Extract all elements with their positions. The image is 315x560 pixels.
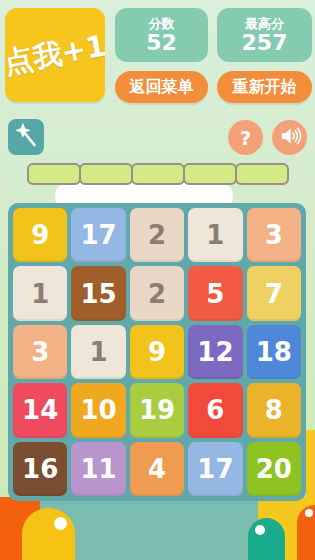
- tile-2[interactable]: 2: [130, 208, 184, 262]
- menu-button[interactable]: 返回菜单: [115, 71, 208, 103]
- tile-16[interactable]: 16: [13, 442, 67, 496]
- tile-2[interactable]: 2: [130, 266, 184, 320]
- tile-10[interactable]: 10: [71, 383, 125, 437]
- tile-1[interactable]: 1: [188, 208, 242, 262]
- game-screen: 点我+1 分数 52 最高分 257 返回菜单 重新开始 ?: [0, 0, 315, 560]
- tile-14[interactable]: 14: [13, 383, 67, 437]
- tile-5[interactable]: 5: [188, 266, 242, 320]
- tile-19[interactable]: 19: [130, 383, 184, 437]
- reserve-slot[interactable]: [79, 163, 133, 185]
- tile-3[interactable]: 3: [13, 325, 67, 379]
- tile-7[interactable]: 7: [247, 266, 301, 320]
- score-box: 分数 52: [115, 8, 208, 62]
- sound-button[interactable]: [272, 120, 307, 155]
- tile-9[interactable]: 9: [13, 208, 67, 262]
- tile-12[interactable]: 12: [188, 325, 242, 379]
- tile-3[interactable]: 3: [247, 208, 301, 262]
- tile-17[interactable]: 17: [188, 442, 242, 496]
- decor-green-pill: [248, 518, 285, 560]
- board-grid: 917213115257319121814101968161141720: [13, 208, 301, 496]
- reserve-slot[interactable]: [183, 163, 237, 185]
- reserve-slot[interactable]: [131, 163, 185, 185]
- game-board: 917213115257319121814101968161141720: [8, 203, 306, 501]
- tile-4[interactable]: 4: [130, 442, 184, 496]
- tap-plus-one-button[interactable]: 点我+1: [5, 8, 105, 102]
- decor-yellow-pill: [22, 508, 75, 560]
- tile-18[interactable]: 18: [247, 325, 301, 379]
- help-question-mark: ?: [240, 126, 252, 150]
- tile-1[interactable]: 1: [13, 266, 67, 320]
- best-score-label: 最高分: [245, 16, 284, 31]
- score-label: 分数: [149, 16, 175, 31]
- best-score-box: 最高分 257: [217, 8, 312, 62]
- score-value: 52: [146, 31, 177, 55]
- tile-17[interactable]: 17: [71, 208, 125, 262]
- reserve-slot[interactable]: [27, 163, 81, 185]
- decor-yellow-sliver: [306, 430, 315, 500]
- tile-11[interactable]: 11: [71, 442, 125, 496]
- tile-15[interactable]: 15: [71, 266, 125, 320]
- reserve-slot-row: [27, 163, 289, 185]
- restart-button[interactable]: 重新开始: [217, 71, 312, 103]
- tile-8[interactable]: 8: [247, 383, 301, 437]
- decor-orange-pill: [297, 505, 315, 560]
- pill-highlight-dot: [54, 517, 67, 530]
- help-button[interactable]: ?: [228, 120, 263, 155]
- best-score-value: 257: [242, 31, 288, 55]
- pill-highlight-dot: [255, 525, 265, 535]
- magic-wand-icon: [12, 121, 40, 153]
- tile-9[interactable]: 9: [130, 325, 184, 379]
- menu-button-label: 返回菜单: [130, 77, 194, 98]
- tile-1[interactable]: 1: [71, 325, 125, 379]
- reserve-slot[interactable]: [235, 163, 289, 185]
- tile-20[interactable]: 20: [247, 442, 301, 496]
- tile-6[interactable]: 6: [188, 383, 242, 437]
- restart-button-label: 重新开始: [233, 77, 297, 98]
- magic-wand-button[interactable]: [8, 119, 44, 155]
- pill-highlight-dot: [305, 509, 313, 517]
- speaker-icon: [278, 124, 302, 152]
- tap-plus-one-label: 点我+1: [1, 26, 109, 83]
